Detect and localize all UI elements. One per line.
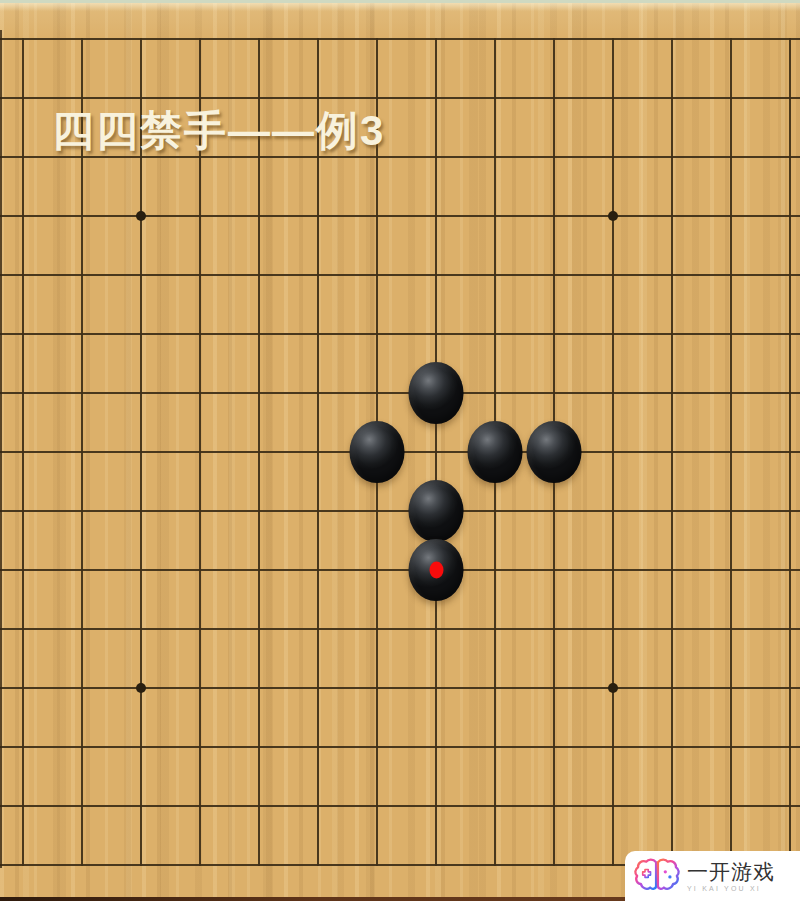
grid-hline (0, 746, 800, 749)
grid-vline (435, 38, 438, 867)
star-point (608, 683, 618, 693)
grid-hline (0, 274, 800, 277)
top-edge-highlight (0, 3, 800, 11)
grid-vline (671, 38, 674, 867)
watermark-brand: 一开游戏 (687, 860, 775, 883)
grid-vline (81, 38, 84, 867)
lesson-title: 四四禁手——例3 (52, 103, 385, 159)
grid-hline (0, 628, 800, 631)
black-stone (468, 421, 523, 483)
grid-vline (789, 38, 792, 867)
black-stone (409, 362, 464, 424)
grid-hline (0, 510, 800, 513)
grid-hline (0, 392, 800, 395)
star-point (608, 211, 618, 221)
top-edge-strip (0, 0, 800, 3)
black-stone (409, 539, 464, 601)
grid-hline (0, 333, 800, 336)
grid-vline (199, 38, 202, 867)
black-stone (527, 421, 582, 483)
watermark-badge: 一开游戏 YI KAI YOU XI (625, 851, 800, 901)
grid-vline (22, 38, 25, 867)
grid-hline (0, 805, 800, 808)
star-point (136, 683, 146, 693)
grid-hline (0, 97, 800, 100)
grid-vline (730, 38, 733, 867)
grid-vline (140, 38, 143, 867)
black-stone (350, 421, 405, 483)
grid-hline (0, 38, 800, 41)
grid-hline (0, 215, 800, 218)
grid-vline (612, 38, 615, 867)
grid-hline (0, 569, 800, 572)
left-crop-line (0, 30, 2, 868)
yikai-logo-icon (633, 856, 681, 896)
grid-vline (258, 38, 261, 867)
black-stone (409, 480, 464, 542)
star-point (136, 211, 146, 221)
grid-hline (0, 687, 800, 690)
watermark-romanized: YI KAI YOU XI (687, 885, 761, 892)
last-move-marker (429, 562, 443, 579)
grid-vline (317, 38, 320, 867)
app-screen: 四四禁手——例3 一开游戏 YI KAI YOU XI (0, 0, 800, 901)
